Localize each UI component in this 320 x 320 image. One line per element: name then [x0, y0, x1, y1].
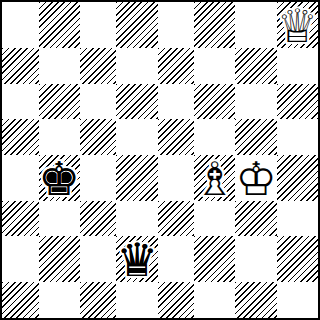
square-h8[interactable]: ♛♕	[277, 2, 318, 48]
square-f4[interactable]: ♝♗	[194, 155, 235, 201]
square-c2[interactable]	[80, 236, 117, 282]
square-b7[interactable]	[39, 48, 80, 84]
square-e3[interactable]	[158, 201, 195, 237]
square-g1[interactable]	[235, 282, 276, 318]
square-h3[interactable]	[277, 201, 318, 237]
square-d4[interactable]	[116, 155, 157, 201]
square-h2[interactable]	[277, 236, 318, 282]
square-b6[interactable]	[39, 84, 80, 120]
square-c3[interactable]	[80, 201, 117, 237]
square-a4[interactable]	[2, 155, 39, 201]
piece-outline-layer: ♗	[194, 152, 235, 206]
piece-outline-layer: ♕	[277, 0, 318, 53]
square-c4[interactable]	[80, 155, 117, 201]
square-e8[interactable]	[158, 2, 195, 48]
square-c5[interactable]	[80, 119, 117, 155]
square-e4[interactable]	[158, 155, 195, 201]
square-a7[interactable]	[2, 48, 39, 84]
square-b3[interactable]	[39, 201, 80, 237]
piece-outline-layer: ♚	[39, 152, 80, 206]
square-g8[interactable]	[235, 2, 276, 48]
square-a1[interactable]	[2, 282, 39, 318]
square-f7[interactable]	[194, 48, 235, 84]
square-g4[interactable]: ♚♔	[235, 155, 276, 201]
square-d5[interactable]	[116, 119, 157, 155]
square-h7[interactable]	[277, 48, 318, 84]
square-c1[interactable]	[80, 282, 117, 318]
square-c8[interactable]	[80, 2, 117, 48]
square-e6[interactable]	[158, 84, 195, 120]
piece-white-king[interactable]: ♚♔	[235, 156, 276, 202]
square-d1[interactable]	[116, 282, 157, 318]
square-h1[interactable]	[277, 282, 318, 318]
piece-outline-layer: ♔	[235, 152, 276, 206]
square-f6[interactable]	[194, 84, 235, 120]
square-a2[interactable]	[2, 236, 39, 282]
square-a3[interactable]	[2, 201, 39, 237]
square-h6[interactable]	[277, 84, 318, 120]
piece-outline-layer: ♛	[116, 233, 157, 287]
square-d8[interactable]	[116, 2, 157, 48]
chess-board: ♛♕♚♚♝♗♚♔♛♛	[0, 0, 320, 320]
square-b4[interactable]: ♚♚	[39, 155, 80, 201]
square-b2[interactable]	[39, 236, 80, 282]
square-g5[interactable]	[235, 119, 276, 155]
square-g2[interactable]	[235, 236, 276, 282]
piece-black-king[interactable]: ♚♚	[39, 156, 80, 202]
piece-white-bishop[interactable]: ♝♗	[194, 156, 235, 202]
square-h4[interactable]	[277, 155, 318, 201]
square-d2[interactable]: ♛♛	[116, 236, 157, 282]
piece-white-queen[interactable]: ♛♕	[277, 3, 318, 49]
square-e5[interactable]	[158, 119, 195, 155]
square-a8[interactable]	[2, 2, 39, 48]
square-d6[interactable]	[116, 84, 157, 120]
square-e7[interactable]	[158, 48, 195, 84]
square-b8[interactable]	[39, 2, 80, 48]
square-f8[interactable]	[194, 2, 235, 48]
square-a5[interactable]	[2, 119, 39, 155]
square-f3[interactable]	[194, 201, 235, 237]
square-g3[interactable]	[235, 201, 276, 237]
square-d7[interactable]	[116, 48, 157, 84]
square-e1[interactable]	[158, 282, 195, 318]
square-b5[interactable]	[39, 119, 80, 155]
square-d3[interactable]	[116, 201, 157, 237]
square-c7[interactable]	[80, 48, 117, 84]
square-g7[interactable]	[235, 48, 276, 84]
square-f2[interactable]	[194, 236, 235, 282]
square-f5[interactable]	[194, 119, 235, 155]
square-e2[interactable]	[158, 236, 195, 282]
square-c6[interactable]	[80, 84, 117, 120]
square-b1[interactable]	[39, 282, 80, 318]
square-h5[interactable]	[277, 119, 318, 155]
square-g6[interactable]	[235, 84, 276, 120]
square-a6[interactable]	[2, 84, 39, 120]
square-f1[interactable]	[194, 282, 235, 318]
piece-black-queen[interactable]: ♛♛	[116, 237, 157, 283]
